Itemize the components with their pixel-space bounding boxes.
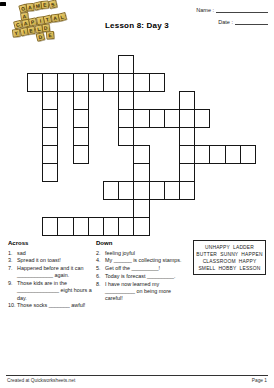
clue-number: 3. [8, 257, 13, 264]
grid-cell-r6c12[interactable] [194, 145, 210, 164]
word-bank-line: SMELL HOBBY LESSON [195, 265, 264, 272]
word-bank: UNHAPPY LADDERBUTTER SUNNY HAPPENCLASSRO… [193, 240, 266, 275]
grid-cell-r10c3[interactable] [57, 217, 73, 236]
clue-number: 1. [8, 250, 13, 257]
grid-cell-r2c3[interactable] [57, 73, 73, 92]
grid-cell-r6c14[interactable] [225, 145, 241, 164]
grid-cell-r8c11[interactable] [179, 181, 195, 200]
clue-number: 4. [96, 257, 101, 264]
grid-cell-r8c7[interactable] [118, 181, 134, 200]
footer-divider [6, 375, 268, 376]
grid-cell-r10c6[interactable] [103, 217, 119, 236]
grid-cell-r10c2[interactable] [42, 217, 58, 236]
grid-cell-r10c8[interactable] [133, 217, 149, 236]
clue-number: 2. [96, 250, 101, 257]
grid-cell-r4c9[interactable] [149, 109, 165, 128]
grid-cell-r3c2[interactable] [42, 91, 58, 110]
footer-credit: Created at Quickworksheets.net [7, 378, 75, 383]
grid-cell-r2c2[interactable] [42, 73, 58, 92]
grid-cell-r9c8[interactable] [133, 199, 149, 218]
word-bank-line: UNHAPPY LADDER [195, 244, 264, 251]
grid-cell-r3c7[interactable] [118, 91, 134, 110]
grid-cell-r4c7[interactable] [118, 109, 134, 128]
crossword-grid [0, 0, 274, 240]
clue-item: 3.Spread it on toast! [8, 257, 94, 264]
grid-cell-r6c8[interactable] [133, 145, 149, 164]
down-clues-section: Down 2.feeling joyful4.My ______ is coll… [96, 240, 188, 303]
word-bank-lines: UNHAPPY LADDERBUTTER SUNNY HAPPENCLASSRO… [195, 244, 264, 272]
grid-cell-r10c5[interactable] [88, 217, 104, 236]
clue-item: 2.feeling joyful [96, 250, 188, 257]
grid-cell-r4c8[interactable] [133, 109, 149, 128]
clue-item: 5.Get off the _________! [96, 265, 188, 272]
grid-cell-r6c11[interactable] [179, 145, 195, 164]
grid-cell-r8c9[interactable] [149, 181, 165, 200]
grid-cell-r2c7[interactable] [118, 73, 134, 92]
clue-text: My ______ is collecting stamps. [105, 257, 181, 263]
grid-cell-r5c2[interactable] [42, 127, 58, 146]
down-clue-list: 2.feeling joyful4.My ______ is collectin… [96, 250, 188, 303]
grid-cell-r8c8[interactable] [133, 181, 149, 200]
across-heading: Across [8, 240, 94, 247]
grid-cell-r7c2[interactable] [42, 163, 58, 182]
clue-number: 9. [8, 280, 13, 287]
grid-cell-r10c4[interactable] [73, 217, 89, 236]
across-clue-list: 1.sad3.Spread it on toast!7.Happened bef… [8, 250, 94, 310]
grid-cell-r2c5[interactable] [88, 73, 104, 92]
grid-cell-r5c11[interactable] [179, 127, 195, 146]
grid-cell-r8c6[interactable] [103, 181, 119, 200]
grid-cell-r4c10[interactable] [164, 109, 180, 128]
clue-text: I have now learned my __________ on bein… [105, 281, 171, 301]
grid-cell-r5c7[interactable] [118, 127, 134, 146]
grid-cell-r10c7[interactable] [118, 217, 134, 236]
clue-text: Happened before and it can ____________ … [17, 265, 84, 278]
across-clues-section: Across 1.sad3.Spread it on toast!7.Happe… [8, 240, 94, 310]
grid-cell-r8c10[interactable] [164, 181, 180, 200]
clue-number: 10. [8, 302, 16, 309]
grid-cell-r6c15[interactable] [240, 145, 256, 164]
clue-number: 8. [96, 281, 101, 288]
grid-cell-r2c1[interactable] [27, 73, 43, 92]
grid-cell-r7c8[interactable] [133, 163, 149, 182]
clue-text: Those kids are in the ______________ eig… [17, 280, 92, 300]
grid-cell-r7c11[interactable] [179, 163, 195, 182]
clue-number: 7. [8, 265, 13, 272]
clue-item: 4.My ______ is collecting stamps. [96, 257, 188, 264]
down-heading: Down [96, 240, 188, 247]
clue-text: sad [17, 250, 26, 256]
clue-item: 7.Happened before and it can ___________… [8, 265, 94, 279]
grid-cell-r3c4[interactable] [73, 91, 89, 110]
clue-text: feeling joyful [105, 250, 135, 256]
clue-item: 1.sad [8, 250, 94, 257]
clue-text: Spread it on toast! [17, 257, 61, 263]
clue-number: 6. [96, 273, 101, 280]
word-bank-line: CLASSROOM HAPPY [195, 258, 264, 265]
clue-text: Those socks _______ awful! [17, 302, 85, 308]
grid-cell-r6c13[interactable] [209, 145, 225, 164]
clue-text: Today is forecast _________. [105, 273, 175, 279]
clue-number: 5. [96, 265, 101, 272]
grid-cell-r2c6[interactable] [103, 73, 119, 92]
grid-cell-r6c4[interactable] [73, 145, 89, 164]
grid-cell-r2c9[interactable] [149, 73, 165, 92]
grid-cell-r2c4[interactable] [73, 73, 89, 92]
grid-cell-r4c11[interactable] [179, 109, 195, 128]
grid-cell-r2c8[interactable] [133, 73, 149, 92]
clue-text: Get off the _________! [105, 265, 160, 271]
grid-cell-r5c4[interactable] [73, 127, 89, 146]
clue-item: 8.I have now learned my __________ on be… [96, 281, 188, 303]
grid-cell-r4c12[interactable] [194, 109, 210, 128]
grid-cell-r6c2[interactable] [42, 145, 58, 164]
grid-cell-r4c2[interactable] [42, 109, 58, 128]
word-bank-line: BUTTER SUNNY HAPPEN [195, 251, 264, 258]
clue-item: 6.Today is forecast _________. [96, 273, 188, 280]
grid-cell-r4c4[interactable] [73, 109, 89, 128]
clue-item: 10.Those socks _______ awful! [8, 302, 94, 309]
footer-page-number: Page 1 [252, 378, 267, 383]
grid-cell-r1c7[interactable] [118, 55, 134, 74]
grid-cell-r3c11[interactable] [179, 91, 195, 110]
clue-item: 9.Those kids are in the ______________ e… [8, 280, 94, 302]
